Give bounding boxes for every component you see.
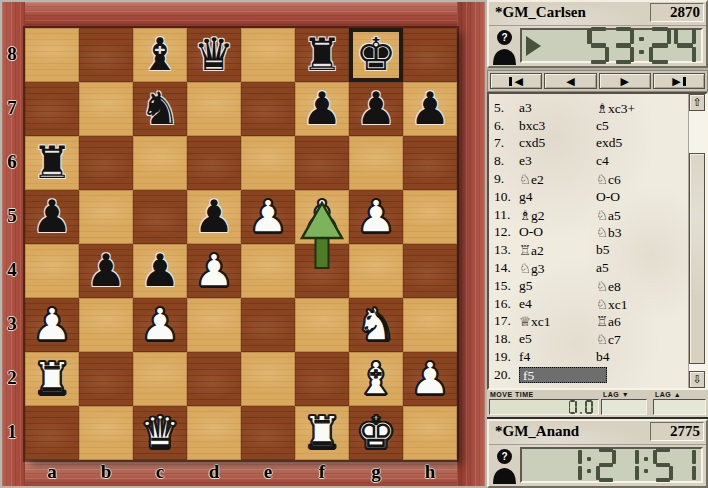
square-a5[interactable]: ♟ <box>25 190 79 244</box>
move-number: 6. <box>494 118 504 134</box>
black-move[interactable]: O-O <box>596 189 620 205</box>
square-e2[interactable] <box>241 352 295 406</box>
white-k-piece: ♚ <box>349 406 403 460</box>
clock-top-lcd <box>520 28 703 63</box>
white-q-piece: ♛ <box>133 406 187 460</box>
square-h6[interactable] <box>403 136 457 190</box>
player-bottom-name-row: *GM_Anand 2775 <box>489 421 706 445</box>
scroll-up-button[interactable]: ⇧ <box>689 94 705 111</box>
square-d5[interactable]: ♟ <box>187 190 241 244</box>
move-row-7: 7.cxd5exd5 <box>489 135 689 153</box>
move-number: 5. <box>494 100 504 116</box>
move-time-field <box>489 399 599 415</box>
white-p-piece: ♟ <box>241 190 295 244</box>
white-move[interactable]: ♕xc1 <box>519 313 551 330</box>
black-p-piece: ♟ <box>295 82 349 136</box>
move-navigation-bar: ◀◀▶▶ <box>487 70 708 92</box>
black-move[interactable]: ♘xc1 <box>596 296 628 313</box>
square-g7[interactable]: ♟ <box>349 82 403 136</box>
square-b1[interactable] <box>79 406 133 460</box>
square-h7[interactable]: ♟ <box>403 82 457 136</box>
last-move-button[interactable]: ▶ <box>653 73 705 89</box>
move-row-8: 8.e3c4 <box>489 153 689 171</box>
square-e1[interactable] <box>241 406 295 460</box>
square-g5[interactable]: ♟ <box>349 190 403 244</box>
black-p-piece: ♟ <box>25 190 79 244</box>
square-c4[interactable]: ♟ <box>133 244 187 298</box>
square-b6[interactable] <box>79 136 133 190</box>
move-number: 15. <box>494 278 511 294</box>
white-move[interactable]: O-O <box>519 224 543 240</box>
black-r-piece: ♜ <box>295 28 349 82</box>
back-move-button[interactable]: ◀ <box>544 73 596 89</box>
player-panel-bottom: *GM_Anand 2775 ? <box>487 419 708 488</box>
lag-down-field <box>601 399 647 415</box>
square-d1[interactable] <box>187 406 241 460</box>
square-g4[interactable] <box>349 244 403 298</box>
move-number: 7. <box>494 135 504 151</box>
white-move[interactable]: bxc3 <box>519 118 545 134</box>
file-label-h: h <box>420 461 440 483</box>
square-b5[interactable] <box>79 190 133 244</box>
white-n-piece: ♞ <box>349 298 403 352</box>
lag-up-label: LAG ▲ <box>655 391 681 398</box>
move-row-17: 17.♕xc1♖a6 <box>489 313 689 331</box>
black-move[interactable]: a5 <box>596 260 609 276</box>
white-move[interactable]: ♘g3 <box>519 260 545 277</box>
square-f6[interactable] <box>295 136 349 190</box>
move-number: 8. <box>494 153 504 169</box>
chess-app-window: 87654321 abcdefgh ♝♛♜♚♞♟♟♟♜♟♟♟♟♟♟♟♟♟♟♞♜♝… <box>0 0 708 488</box>
move-number: 18. <box>494 331 511 347</box>
move-number: 9. <box>494 171 504 187</box>
square-g2[interactable]: ♝ <box>349 352 403 406</box>
black-p-piece: ♟ <box>403 82 457 136</box>
move-row-20: 20.f5 <box>489 367 689 385</box>
white-move[interactable]: ♗g2 <box>519 207 545 224</box>
game-panel: *GM_Carlsen 2870 ? ◀◀▶▶ 4.f3d55.a3♗xc3+6… <box>487 0 708 488</box>
to-move-indicator-icon <box>526 36 541 56</box>
move-time-value <box>566 400 594 414</box>
black-p-piece: ♟ <box>79 244 133 298</box>
square-h5[interactable] <box>403 190 457 244</box>
white-move[interactable]: cxd5 <box>519 135 545 151</box>
white-move[interactable]: f5 <box>519 367 607 383</box>
square-e4[interactable] <box>241 244 295 298</box>
black-move[interactable]: ♘a5 <box>596 207 621 224</box>
file-label-e: e <box>258 461 278 483</box>
player-top-name: *GM_Carlsen <box>495 4 586 21</box>
white-p-piece: ♟ <box>25 298 79 352</box>
black-move[interactable]: b4 <box>596 349 610 365</box>
square-a7[interactable] <box>25 82 79 136</box>
square-f4[interactable] <box>295 244 349 298</box>
forward-move-button[interactable]: ▶ <box>599 73 651 89</box>
lag-down-label: LAG ▼ <box>603 391 629 398</box>
square-h2[interactable]: ♟ <box>403 352 457 406</box>
square-d2[interactable] <box>187 352 241 406</box>
square-c1[interactable]: ♛ <box>133 406 187 460</box>
square-b2[interactable] <box>79 352 133 406</box>
square-c6[interactable] <box>133 136 187 190</box>
square-e8[interactable] <box>241 28 295 82</box>
black-move[interactable]: ♘e8 <box>596 278 621 295</box>
square-b4[interactable]: ♟ <box>79 244 133 298</box>
move-row-11: 11.♗g2♘a5 <box>489 207 689 225</box>
square-c5[interactable] <box>133 190 187 244</box>
white-move[interactable]: g4 <box>519 189 533 205</box>
move-number: 17. <box>494 313 511 329</box>
white-p-piece: ♟ <box>349 190 403 244</box>
black-k-piece: ♚ <box>349 28 403 82</box>
player-bottom-name: *GM_Anand <box>495 423 579 440</box>
lag-up-field <box>653 399 706 415</box>
square-f3[interactable] <box>295 298 349 352</box>
black-move[interactable]: exd5 <box>596 135 622 151</box>
black-r-piece: ♜ <box>25 136 79 190</box>
white-r-piece: ♜ <box>25 352 79 406</box>
clock-top-digits <box>584 27 701 64</box>
rank-label-8: 8 <box>2 43 22 65</box>
player-panel-top: *GM_Carlsen 2870 ? <box>487 0 708 68</box>
white-p-piece: ♟ <box>133 298 187 352</box>
move-number: 11. <box>494 207 510 223</box>
white-b-piece: ♝ <box>349 352 403 406</box>
move-row-6: 6.bxc3c5 <box>489 118 689 136</box>
rank-label-2: 2 <box>2 367 22 389</box>
square-a8[interactable] <box>25 28 79 82</box>
square-f2[interactable] <box>295 352 349 406</box>
white-move[interactable]: g5 <box>519 278 533 294</box>
black-b-piece: ♝ <box>133 28 187 82</box>
square-a6[interactable]: ♜ <box>25 136 79 190</box>
clock-bottom-digits <box>559 448 701 482</box>
black-move[interactable]: ♗xc3+ <box>596 100 635 117</box>
square-c3[interactable]: ♟ <box>133 298 187 352</box>
square-g3[interactable]: ♞ <box>349 298 403 352</box>
rank-label-7: 7 <box>2 97 22 119</box>
player-top-rating: 2870 <box>650 3 704 22</box>
move-list: 4.f3d55.a3♗xc3+6.bxc3c57.cxd5exd58.e3c49… <box>487 92 708 390</box>
move-row-4: 4.f3d5 <box>489 92 689 100</box>
black-p-piece: ♟ <box>349 82 403 136</box>
square-b3[interactable] <box>79 298 133 352</box>
square-g8[interactable]: ♚ <box>349 28 403 82</box>
file-label-a: a <box>42 461 62 483</box>
move-list-rows: 4.f3d55.a3♗xc3+6.bxc3c57.cxd5exd58.e3c49… <box>489 92 689 385</box>
white-move[interactable]: ♖a2 <box>519 242 544 259</box>
chess-board[interactable]: ♝♛♜♚♞♟♟♟♜♟♟♟♟♟♟♟♟♟♟♞♜♝♟♛♜♚ <box>25 28 457 460</box>
white-p-piece: ♟ <box>295 190 349 244</box>
square-f8[interactable]: ♜ <box>295 28 349 82</box>
board-frame-right <box>457 2 485 486</box>
file-label-g: g <box>366 461 386 483</box>
scrollbar-thumb[interactable] <box>689 153 705 364</box>
rank-label-1: 1 <box>2 421 22 443</box>
square-a1[interactable] <box>25 406 79 460</box>
black-move[interactable]: ♖a6 <box>596 313 621 330</box>
move-number: 13. <box>494 242 511 258</box>
square-a2[interactable]: ♜ <box>25 352 79 406</box>
black-move[interactable]: d5 <box>596 92 610 98</box>
rank-label-3: 3 <box>2 313 22 335</box>
square-h3[interactable] <box>403 298 457 352</box>
black-p-piece: ♟ <box>187 190 241 244</box>
white-move[interactable]: ♘e2 <box>519 171 544 188</box>
black-move[interactable]: ♘b3 <box>596 224 622 241</box>
square-c7[interactable]: ♞ <box>133 82 187 136</box>
white-move[interactable]: a3 <box>519 100 532 116</box>
board-frame-top <box>2 2 485 28</box>
move-row-9: 9.♘e2♘c6 <box>489 171 689 189</box>
square-a4[interactable] <box>25 244 79 298</box>
square-h8[interactable] <box>403 28 457 82</box>
move-row-14: 14.♘g3a5 <box>489 260 689 278</box>
black-q-piece: ♛ <box>187 28 241 82</box>
black-n-piece: ♞ <box>133 82 187 136</box>
square-b7[interactable] <box>79 82 133 136</box>
first-move-button[interactable]: ◀ <box>490 73 542 89</box>
square-h1[interactable] <box>403 406 457 460</box>
square-e6[interactable] <box>241 136 295 190</box>
file-label-b: b <box>96 461 116 483</box>
white-move[interactable]: e3 <box>519 153 532 169</box>
svg-text:?: ? <box>501 32 507 43</box>
square-g1[interactable]: ♚ <box>349 406 403 460</box>
move-time-label: MOVE TIME <box>490 391 534 398</box>
rank-label-4: 4 <box>2 259 22 281</box>
square-c2[interactable] <box>133 352 187 406</box>
move-number: 16. <box>494 296 511 312</box>
black-move[interactable]: b5 <box>596 242 610 258</box>
file-label-f: f <box>312 461 332 483</box>
file-label-d: d <box>204 461 224 483</box>
white-p-piece: ♟ <box>187 244 241 298</box>
square-c8[interactable]: ♝ <box>133 28 187 82</box>
move-number: 10. <box>494 189 511 205</box>
white-move[interactable]: e4 <box>519 296 532 312</box>
square-e3[interactable] <box>241 298 295 352</box>
clock-bottom-lcd <box>520 447 703 483</box>
square-d7[interactable] <box>187 82 241 136</box>
move-number: 4. <box>494 92 504 98</box>
move-number: 19. <box>494 349 511 365</box>
square-b8[interactable] <box>79 28 133 82</box>
square-d4[interactable]: ♟ <box>187 244 241 298</box>
timing-stats-row: MOVE TIME LAG ▼ LAG ▲ <box>487 390 708 417</box>
move-row-12: 12.O-O♘b3 <box>489 224 689 242</box>
white-r-piece: ♜ <box>295 406 349 460</box>
square-f1[interactable]: ♜ <box>295 406 349 460</box>
white-move[interactable]: f4 <box>519 349 530 365</box>
move-row-18: 18.e5♘c7 <box>489 331 689 349</box>
move-row-19: 19.f4b4 <box>489 349 689 367</box>
white-move[interactable]: e5 <box>519 331 532 347</box>
square-e5[interactable]: ♟ <box>241 190 295 244</box>
move-row-15: 15.g5♘e8 <box>489 278 689 296</box>
board-frame-left <box>2 2 25 486</box>
white-p-piece: ♟ <box>403 352 457 406</box>
square-d8[interactable]: ♛ <box>187 28 241 82</box>
move-row-10: 10.g4O-O <box>489 189 689 207</box>
move-list-scrollbar[interactable]: ⇧ ⇩ <box>688 94 706 388</box>
file-label-c: c <box>150 461 170 483</box>
move-row-16: 16.e4♘xc1 <box>489 296 689 314</box>
rank-label-6: 6 <box>2 151 22 173</box>
move-row-5: 5.a3♗xc3+ <box>489 100 689 118</box>
player-top-name-row: *GM_Carlsen 2870 <box>489 2 706 26</box>
black-move[interactable]: ♘c7 <box>596 331 621 348</box>
square-g6[interactable] <box>349 136 403 190</box>
square-f5[interactable]: ♟ <box>295 190 349 244</box>
square-h4[interactable] <box>403 244 457 298</box>
move-row-13: 13.♖a2b5 <box>489 242 689 260</box>
scroll-down-button[interactable]: ⇩ <box>689 371 705 388</box>
black-move[interactable]: c4 <box>596 153 609 169</box>
move-number: 14. <box>494 260 511 276</box>
black-move[interactable]: c5 <box>596 118 609 134</box>
move-number: 12. <box>494 224 511 240</box>
white-move[interactable]: f3 <box>519 92 530 98</box>
move-number: 20. <box>494 367 511 383</box>
square-e7[interactable] <box>241 82 295 136</box>
square-a3[interactable]: ♟ <box>25 298 79 352</box>
board-frame-bottom <box>2 460 485 486</box>
player-bottom-avatar-icon: ? <box>492 448 517 484</box>
black-move[interactable]: ♘c6 <box>596 171 621 188</box>
square-f7[interactable]: ♟ <box>295 82 349 136</box>
player-bottom-rating: 2775 <box>650 422 704 441</box>
player-top-avatar-icon: ? <box>492 29 517 65</box>
square-d3[interactable] <box>187 298 241 352</box>
square-d6[interactable] <box>187 136 241 190</box>
svg-text:?: ? <box>501 451 507 462</box>
rank-label-5: 5 <box>2 205 22 227</box>
black-p-piece: ♟ <box>133 244 187 298</box>
